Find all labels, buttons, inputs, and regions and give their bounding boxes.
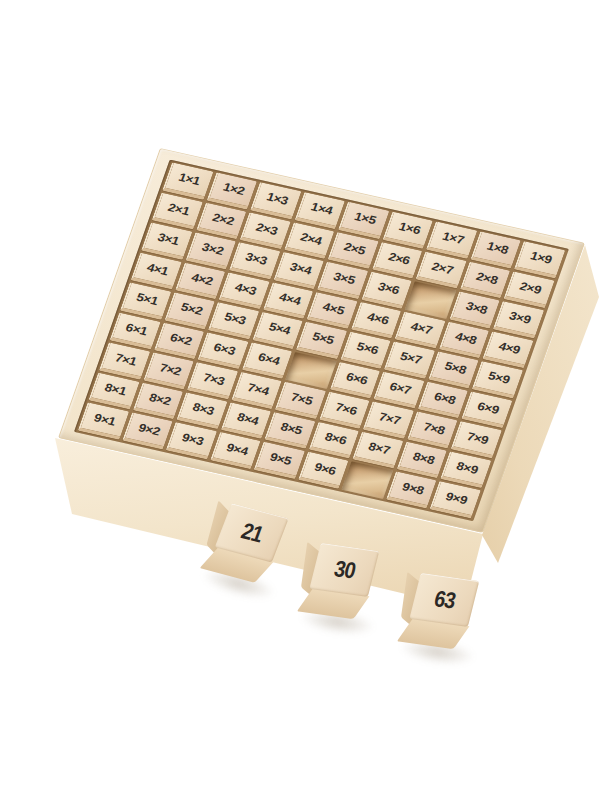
cube-label: 4×1	[145, 262, 170, 278]
cube-label: 4×4	[277, 291, 302, 307]
cube-label: 8×8	[411, 451, 436, 467]
cube-label: 2×6	[386, 251, 411, 267]
loose-cube-number: 63	[431, 586, 457, 615]
cube-9x5[interactable]: 9×5	[254, 442, 305, 479]
cube-label: 1×4	[309, 201, 334, 217]
cube-label: 9×4	[224, 441, 249, 457]
cube-label: 1×9	[529, 250, 554, 266]
cube-label: 7×1	[114, 352, 139, 368]
cube-label: 9×5	[268, 451, 293, 467]
cube-label: 1×1	[177, 172, 202, 188]
cube-label: 5×3	[223, 311, 248, 327]
cube-label: 6×2	[168, 332, 193, 348]
cube-label: 6×6	[344, 371, 369, 387]
cube-9x4[interactable]: 9×4	[210, 432, 261, 469]
loose-cube-number: 21	[237, 518, 266, 548]
cube-label: 8×4	[235, 411, 260, 427]
cube-label: 9×1	[92, 412, 117, 428]
loose-cube-top[interactable]: 63	[409, 573, 479, 627]
cube-label: 7×6	[334, 401, 359, 417]
cube-label: 2×5	[342, 241, 367, 257]
cube-label: 5×8	[443, 361, 468, 377]
cube-label: 9×8	[401, 481, 426, 497]
cube-9x3[interactable]: 9×3	[166, 422, 217, 459]
cube-label: 4×6	[365, 311, 390, 327]
cube-label: 8×9	[455, 461, 480, 477]
cube-label: 1×7	[441, 231, 466, 247]
cube-label: 5×5	[311, 331, 336, 347]
cube-label: 3×4	[288, 261, 313, 277]
cube-label: 2×3	[254, 221, 279, 237]
cube-label: 7×5	[290, 391, 315, 407]
cube-label: 4×2	[189, 272, 214, 288]
cube-label: 9×3	[180, 432, 205, 448]
cube-label: 8×7	[367, 441, 392, 457]
loose-cube-top[interactable]: 30	[309, 543, 379, 597]
cube-label: 7×9	[466, 431, 491, 447]
cube-9x9[interactable]: 9×9	[430, 481, 481, 518]
cube-label: 8×2	[147, 392, 172, 408]
loose-cube-2: 30	[292, 539, 401, 656]
cube-label: 1×6	[397, 221, 422, 237]
cube-label: 5×7	[399, 351, 424, 367]
cube-label: 5×6	[355, 341, 380, 357]
cube-label: 3×3	[244, 251, 269, 267]
cube-label: 7×4	[246, 381, 271, 397]
cube-label: 3×6	[376, 281, 401, 297]
cube-label: 5×9	[487, 370, 512, 386]
cube-label: 4×7	[409, 321, 434, 337]
cube-label: 2×4	[298, 231, 323, 247]
cube-label: 4×9	[497, 340, 522, 356]
cube-label: 8×1	[103, 382, 128, 398]
cube-label: 6×9	[476, 401, 501, 417]
cube-label: 7×3	[202, 371, 227, 387]
cube-label: 5×2	[179, 302, 204, 318]
cube-label: 6×3	[212, 341, 237, 357]
empty-slot-9x7[interactable]	[342, 462, 393, 499]
cube-label: 1×8	[485, 241, 510, 257]
cube-label: 7×7	[378, 411, 403, 427]
loose-cube-number: 30	[331, 556, 357, 585]
cube-label: 6×4	[256, 351, 281, 367]
cube-label: 9×2	[136, 422, 161, 438]
cube-label: 7×8	[422, 421, 447, 437]
cube-label: 9×9	[445, 491, 470, 507]
cube-label: 7×2	[158, 362, 183, 378]
cube-label: 2×1	[166, 202, 191, 218]
cube-label: 4×3	[233, 281, 258, 297]
cube-label: 3×5	[332, 271, 357, 287]
cube-label: 3×9	[508, 310, 533, 326]
cube-label: 8×6	[323, 431, 348, 447]
cube-9x8[interactable]: 9×8	[386, 471, 437, 508]
cube-label: 1×2	[221, 181, 246, 197]
cube-label: 6×1	[124, 322, 149, 338]
cube-label: 9×6	[312, 461, 337, 477]
cube-label: 4×8	[453, 331, 478, 347]
cube-label: 5×4	[267, 321, 292, 337]
loose-cube-3: 63	[392, 569, 501, 686]
cube-label: 8×3	[191, 402, 216, 418]
cube-label: 1×5	[353, 211, 378, 227]
cube-label: 2×8	[474, 271, 499, 287]
cube-label: 8×5	[279, 421, 304, 437]
cube-label: 1×3	[265, 191, 290, 207]
cube-label: 5×1	[135, 292, 160, 308]
cube-label: 2×2	[210, 211, 235, 227]
cube-label: 3×8	[464, 301, 489, 317]
cube-label: 3×1	[156, 232, 181, 248]
cube-label: 6×7	[388, 381, 413, 397]
cube-9x1[interactable]: 9×1	[78, 403, 129, 440]
cube-label: 2×9	[518, 280, 543, 296]
cube-label: 2×7	[430, 261, 455, 277]
cube-label: 6×8	[432, 391, 457, 407]
cube-label: 4×5	[321, 301, 346, 317]
cube-9x2[interactable]: 9×2	[122, 412, 173, 449]
cube-label: 3×2	[200, 242, 225, 258]
scene: 1×11×21×31×41×51×61×71×81×92×12×22×32×42…	[0, 0, 600, 800]
cube-9x6[interactable]: 9×6	[298, 452, 349, 489]
